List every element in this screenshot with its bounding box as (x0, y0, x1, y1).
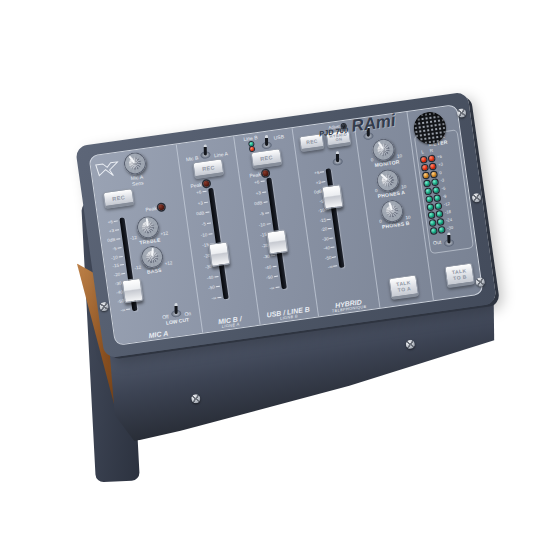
rec-label: REC (202, 164, 216, 172)
peak-meter-rows: +6+30-3-6-9-12-18-24-30 (421, 152, 459, 235)
meter-led-right (439, 227, 445, 233)
rec-label: REC (260, 154, 274, 162)
mic-b-toggle-right-label: Line A (214, 150, 229, 158)
mic-b-peak-label: Peak (190, 181, 202, 189)
meter-scale-label: -18 (445, 209, 457, 215)
meter-scale-label: +6 (437, 154, 449, 160)
fader-scale-mark: +6 (309, 169, 325, 176)
monitor-min: 0 (370, 157, 373, 162)
meter-led-right (438, 219, 444, 225)
meter-scale-label: -3 (440, 177, 452, 183)
meter-led-left (430, 220, 436, 226)
hybrid-on-label2: ON (335, 137, 342, 142)
meter-out-row: Out (432, 233, 456, 250)
fader-scale-mark: -15 (316, 216, 332, 223)
fader-scale-mark: -20 (110, 271, 126, 278)
fader-scale-mark: -10 (255, 221, 271, 228)
screw (457, 108, 467, 118)
fader-scale-mark: 0dB (252, 200, 268, 207)
fader-scale-mark: +3 (193, 199, 209, 206)
meter-scale-label: -30 (447, 225, 459, 231)
talk-to-b-button[interactable]: TALK TO B (444, 262, 475, 288)
meter-led-right (436, 203, 442, 209)
fader-scale-mark: -∞ (264, 284, 280, 291)
channel-name-usb: USB / LINE B LIGNE B (259, 304, 319, 323)
usb-peak-led (262, 170, 269, 177)
meter-led-left (423, 172, 429, 178)
treble-min: -12 (130, 235, 137, 241)
rec-label: REC (306, 138, 318, 146)
fader-scale-mark: -50 (204, 284, 220, 291)
screw (475, 277, 485, 287)
meter-col-l: L (421, 149, 424, 154)
screw (99, 302, 109, 312)
mic-a-peak-led (158, 204, 165, 211)
line-b-green-led (249, 142, 254, 147)
fader-scale-mark: +6 (103, 218, 119, 225)
meter-led-right (433, 187, 439, 193)
fader-scale-mark: -10 (197, 231, 213, 238)
fader-scale-mark: -40 (320, 244, 336, 251)
meter-led-right (432, 179, 438, 185)
mic-b-peak-led (203, 180, 210, 187)
meter-led-right (431, 171, 437, 177)
meter-scale-label: 0 (439, 169, 451, 175)
screw (191, 394, 201, 404)
fader-scale-mark: -40 (261, 263, 277, 270)
meter-led-left (424, 180, 430, 186)
meter-scale-label: -24 (446, 217, 458, 223)
fader-scale-mark: -∞ (115, 306, 131, 313)
mic-b-subname: LIGNE A (202, 320, 259, 332)
meter-scale-label: +3 (438, 161, 450, 167)
meter-led-right (429, 155, 435, 161)
hybrid-fader-cap[interactable] (321, 184, 343, 209)
fader-scale-mark: -40 (203, 273, 219, 280)
meter-out-toggle[interactable] (442, 233, 456, 249)
mic-a-peak-label: Peak (145, 205, 157, 213)
mic-b-source-toggle[interactable] (198, 142, 212, 161)
bass-label: BASS (146, 267, 161, 275)
usb-toggle-right-label: USB (273, 133, 284, 140)
fader-scale-mark: -15 (109, 262, 125, 269)
screw (471, 193, 481, 203)
meter-led-left (427, 196, 433, 202)
fader-scale-mark: +3 (104, 227, 120, 234)
mic-a-sens-label2: Sens (132, 179, 144, 187)
channel-name-hybrid: HYBRID TELEPHONIQUE (318, 296, 380, 315)
fader-scale-mark: -5 (254, 210, 270, 217)
meter-led-right (430, 163, 436, 169)
meter-out-label: Out (433, 239, 442, 246)
usb-fader-cap[interactable] (266, 229, 288, 254)
treble-max: +12 (160, 231, 168, 237)
fader-scale-mark: -∞ (322, 263, 338, 270)
meter-led-left (431, 228, 437, 234)
meter-led-left (425, 188, 431, 194)
talk-a-label2: TO A (397, 285, 411, 293)
mic-b-rec-button[interactable]: REC (193, 158, 225, 179)
fader-scale-mark: -20 (317, 226, 333, 233)
mic-a-fader-cap[interactable] (121, 277, 143, 302)
meter-scale-label: -6 (441, 185, 453, 191)
fader-scale-mark: -∞ (206, 295, 222, 302)
mic-a-name: MIC A (148, 330, 168, 340)
fader-scale-mark: +3 (251, 189, 267, 196)
low-cut-toggle[interactable] (169, 300, 183, 319)
meter-scale-label: -12 (444, 201, 456, 207)
fader-scale-mark: -5 (196, 221, 212, 228)
bass-max: +12 (164, 260, 172, 266)
screw (405, 339, 415, 349)
meter-led-right (437, 211, 443, 217)
meter-led-left (421, 156, 427, 162)
meter-led-left (429, 212, 435, 218)
fader-scale-mark: -50 (321, 254, 337, 261)
usb-source-toggle[interactable] (259, 132, 273, 151)
talk-b-label2: TO B (453, 273, 467, 281)
line-b-red-led (250, 147, 255, 152)
mic-b-fader-cap[interactable] (209, 242, 231, 267)
fader-scale-mark: +6 (249, 179, 265, 186)
usb-rec-button[interactable]: REC (251, 148, 283, 169)
control-panel: PJD 700 RAmi Mic A Sens REC (88, 104, 483, 346)
fader-scale-mark: 0dB (105, 236, 121, 243)
hybrid-mode-toggle[interactable] (330, 148, 344, 167)
fader-scale-mark: +3 (311, 179, 327, 186)
treble-knob[interactable] (135, 215, 160, 240)
channel-name-mic-b: MIC B / LIGNE A (201, 313, 259, 332)
bass-knob[interactable] (140, 245, 163, 268)
meter-led-right (434, 195, 440, 201)
talk-to-a-button[interactable]: TALK TO A (389, 274, 420, 300)
fader-scale-mark: -5 (106, 245, 122, 252)
meter-scale-label: -9 (442, 193, 454, 199)
mic-a-sens-knob[interactable] (120, 148, 151, 179)
meter-col-r: R (429, 148, 433, 153)
channel-name-mic-a: MIC A (115, 325, 202, 344)
rami-logo-badge (95, 160, 121, 179)
mixer-device: PJD 700 RAmi Mic A Sens REC (75, 90, 520, 463)
fader-scale-mark: -50 (262, 274, 278, 281)
fader-scale-mark: +6 (191, 189, 207, 196)
usb-peak-label: Peak (249, 171, 261, 179)
mic-a-rec-button[interactable]: REC (103, 188, 135, 209)
bass-min: -12 (134, 265, 141, 271)
fader-scale-mark: -30 (318, 235, 334, 242)
fader-scale-mark: 0dB (194, 210, 210, 217)
fader-scale-mark: -10 (108, 254, 124, 261)
meter-led-left (422, 164, 428, 170)
usb-toggle-left-label: Line B (243, 134, 258, 142)
meter-led-left (428, 204, 434, 210)
rec-label: REC (112, 194, 126, 202)
